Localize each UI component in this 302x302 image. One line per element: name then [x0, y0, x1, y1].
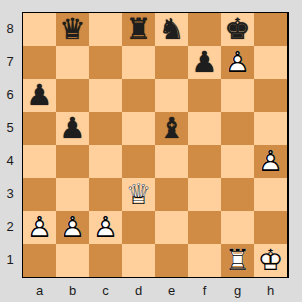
square-a1[interactable] [23, 244, 56, 277]
square-e6[interactable] [155, 79, 188, 112]
chess-diagram: ♛♜♞♚♟♟♙♟♟♝♟♙♛♕♟♙♟♙♟♙♜♖♚♔ 87654321 abcdef… [0, 0, 302, 302]
square-c7[interactable] [89, 46, 122, 79]
square-f3[interactable] [188, 178, 221, 211]
square-b8[interactable]: ♛ [56, 13, 89, 46]
white-pawn-outline: ♙ [56, 211, 89, 244]
rank-label-5: 5 [0, 111, 20, 144]
square-b2[interactable]: ♟♙ [56, 211, 89, 244]
square-g1[interactable]: ♜♖ [221, 244, 254, 277]
square-e4[interactable] [155, 145, 188, 178]
square-f6[interactable] [188, 79, 221, 112]
rank-label-8: 8 [0, 12, 20, 45]
piece-black-king[interactable]: ♚ [221, 13, 254, 46]
white-king-outline: ♔ [254, 244, 287, 277]
piece-white-queen[interactable]: ♛♕ [122, 178, 155, 211]
square-c4[interactable] [89, 145, 122, 178]
square-h7[interactable] [254, 46, 287, 79]
square-f4[interactable] [188, 145, 221, 178]
white-pawn-outline: ♙ [221, 46, 254, 79]
square-a7[interactable] [23, 46, 56, 79]
square-b6[interactable] [56, 79, 89, 112]
square-c3[interactable] [89, 178, 122, 211]
square-e3[interactable] [155, 178, 188, 211]
square-d6[interactable] [122, 79, 155, 112]
square-a4[interactable] [23, 145, 56, 178]
white-pawn-outline: ♙ [23, 211, 56, 244]
square-b7[interactable] [56, 46, 89, 79]
board: ♛♜♞♚♟♟♙♟♟♝♟♙♛♕♟♙♟♙♟♙♜♖♚♔ [22, 12, 289, 278]
square-g6[interactable] [221, 79, 254, 112]
square-d5[interactable] [122, 112, 155, 145]
square-b4[interactable] [56, 145, 89, 178]
square-e7[interactable] [155, 46, 188, 79]
square-c1[interactable] [89, 244, 122, 277]
file-label-f: f [188, 281, 221, 299]
square-d3[interactable]: ♛♕ [122, 178, 155, 211]
square-g8[interactable]: ♚ [221, 13, 254, 46]
square-c8[interactable] [89, 13, 122, 46]
square-c5[interactable] [89, 112, 122, 145]
rank-label-4: 4 [0, 144, 20, 177]
file-label-e: e [155, 281, 188, 299]
square-h3[interactable] [254, 178, 287, 211]
file-label-a: a [23, 281, 56, 299]
square-g7[interactable]: ♟♙ [221, 46, 254, 79]
piece-white-king[interactable]: ♚♔ [254, 244, 287, 277]
square-h5[interactable] [254, 112, 287, 145]
square-g3[interactable] [221, 178, 254, 211]
square-f1[interactable] [188, 244, 221, 277]
piece-white-pawn[interactable]: ♟♙ [56, 211, 89, 244]
square-d7[interactable] [122, 46, 155, 79]
square-a6[interactable]: ♟ [23, 79, 56, 112]
white-pawn-outline: ♙ [89, 211, 122, 244]
square-h8[interactable] [254, 13, 287, 46]
square-h6[interactable] [254, 79, 287, 112]
square-d8[interactable]: ♜ [122, 13, 155, 46]
square-e8[interactable]: ♞ [155, 13, 188, 46]
square-a2[interactable]: ♟♙ [23, 211, 56, 244]
piece-white-pawn[interactable]: ♟♙ [221, 46, 254, 79]
file-label-g: g [221, 281, 254, 299]
rank-label-7: 7 [0, 45, 20, 78]
piece-white-rook[interactable]: ♜♖ [221, 244, 254, 277]
square-g5[interactable] [221, 112, 254, 145]
square-d1[interactable] [122, 244, 155, 277]
square-h1[interactable]: ♚♔ [254, 244, 287, 277]
square-h2[interactable] [254, 211, 287, 244]
rank-label-2: 2 [0, 210, 20, 243]
piece-black-knight[interactable]: ♞ [155, 13, 188, 46]
square-f7[interactable]: ♟ [188, 46, 221, 79]
white-pawn-outline: ♙ [254, 145, 287, 178]
piece-black-pawn[interactable]: ♟ [56, 112, 89, 145]
square-c2[interactable]: ♟♙ [89, 211, 122, 244]
square-f2[interactable] [188, 211, 221, 244]
square-a3[interactable] [23, 178, 56, 211]
piece-black-queen[interactable]: ♛ [56, 13, 89, 46]
square-b3[interactable] [56, 178, 89, 211]
file-label-b: b [56, 281, 89, 299]
square-a5[interactable] [23, 112, 56, 145]
square-b5[interactable]: ♟ [56, 112, 89, 145]
square-f8[interactable] [188, 13, 221, 46]
square-d4[interactable] [122, 145, 155, 178]
square-e5[interactable]: ♝ [155, 112, 188, 145]
piece-white-pawn[interactable]: ♟♙ [23, 211, 56, 244]
piece-black-pawn[interactable]: ♟ [188, 46, 221, 79]
square-h4[interactable]: ♟♙ [254, 145, 287, 178]
square-c6[interactable] [89, 79, 122, 112]
square-g4[interactable] [221, 145, 254, 178]
white-queen-outline: ♕ [122, 178, 155, 211]
piece-black-rook[interactable]: ♜ [122, 13, 155, 46]
white-rook-outline: ♖ [221, 244, 254, 277]
piece-black-bishop[interactable]: ♝ [155, 112, 188, 145]
square-b1[interactable] [56, 244, 89, 277]
square-e2[interactable] [155, 211, 188, 244]
rank-label-1: 1 [0, 243, 20, 276]
piece-black-pawn[interactable]: ♟ [23, 79, 56, 112]
square-g2[interactable] [221, 211, 254, 244]
rank-label-3: 3 [0, 177, 20, 210]
file-label-h: h [254, 281, 287, 299]
square-e1[interactable] [155, 244, 188, 277]
piece-white-pawn[interactable]: ♟♙ [89, 211, 122, 244]
file-label-d: d [122, 281, 155, 299]
piece-white-pawn[interactable]: ♟♙ [254, 145, 287, 178]
file-label-c: c [89, 281, 122, 299]
square-d2[interactable] [122, 211, 155, 244]
square-a8[interactable] [23, 13, 56, 46]
square-f5[interactable] [188, 112, 221, 145]
rank-label-6: 6 [0, 78, 20, 111]
